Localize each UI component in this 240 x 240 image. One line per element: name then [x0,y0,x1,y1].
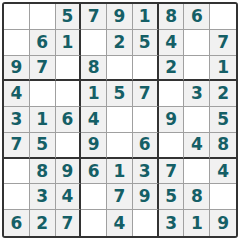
cell-r7c7[interactable]: 7 [159,159,185,185]
cell-r6c5[interactable] [107,133,133,159]
cell-r5c4[interactable]: 4 [81,107,107,133]
cell-r1c4[interactable]: 7 [81,4,107,30]
cell-r8c7[interactable]: 5 [159,184,185,210]
cell-r2c7[interactable]: 4 [159,30,185,56]
cell-r9c3[interactable]: 7 [56,210,82,236]
cell-r4c3[interactable] [56,81,82,107]
cell-r9c8[interactable]: 1 [184,210,210,236]
cell-r3c3[interactable] [56,56,82,82]
cell-r7c3[interactable]: 9 [56,159,82,185]
cell-r8c4[interactable] [81,184,107,210]
cell-r4c2[interactable] [30,81,56,107]
cell-r8c8[interactable]: 8 [184,184,210,210]
cell-r3c1[interactable]: 9 [4,56,30,82]
sudoku-board: 5791866125479782141573231649575964889613… [2,2,238,238]
cell-r5c2[interactable]: 1 [30,107,56,133]
cell-r3c4[interactable]: 8 [81,56,107,82]
cell-r6c3[interactable] [56,133,82,159]
cell-r9c2[interactable]: 2 [30,210,56,236]
cell-r7c9[interactable]: 4 [210,159,236,185]
cell-r9c5[interactable]: 4 [107,210,133,236]
cell-r1c2[interactable] [30,4,56,30]
cell-r9c9[interactable]: 9 [210,210,236,236]
cell-r8c9[interactable] [210,184,236,210]
cell-r6c2[interactable]: 5 [30,133,56,159]
cell-r6c4[interactable]: 9 [81,133,107,159]
cell-r1c9[interactable] [210,4,236,30]
cell-r1c8[interactable]: 6 [184,4,210,30]
cell-r2c1[interactable] [4,30,30,56]
cell-r4c6[interactable]: 7 [133,81,159,107]
cell-r3c2[interactable]: 7 [30,56,56,82]
cell-r6c8[interactable]: 4 [184,133,210,159]
cell-r3c8[interactable] [184,56,210,82]
cell-r2c6[interactable]: 5 [133,30,159,56]
cell-r4c1[interactable]: 4 [4,81,30,107]
cell-r7c5[interactable]: 1 [107,159,133,185]
cell-r6c9[interactable]: 8 [210,133,236,159]
cell-r4c7[interactable] [159,81,185,107]
cell-r7c6[interactable]: 3 [133,159,159,185]
cell-r9c4[interactable] [81,210,107,236]
cell-r8c5[interactable]: 7 [107,184,133,210]
cell-r1c1[interactable] [4,4,30,30]
cell-r7c8[interactable] [184,159,210,185]
cell-r1c3[interactable]: 5 [56,4,82,30]
cell-r9c7[interactable]: 3 [159,210,185,236]
cell-r2c9[interactable]: 7 [210,30,236,56]
cell-r6c6[interactable]: 6 [133,133,159,159]
cell-r3c6[interactable] [133,56,159,82]
cell-r5c1[interactable]: 3 [4,107,30,133]
cell-r2c2[interactable]: 6 [30,30,56,56]
sudoku-board-wrap: 5791866125479782141573231649575964889613… [0,0,240,240]
cell-r5c5[interactable] [107,107,133,133]
cell-r4c9[interactable]: 2 [210,81,236,107]
cell-r5c3[interactable]: 6 [56,107,82,133]
cell-r3c5[interactable] [107,56,133,82]
cell-r2c5[interactable]: 2 [107,30,133,56]
cell-r1c6[interactable]: 1 [133,4,159,30]
cell-r5c6[interactable] [133,107,159,133]
cell-r2c3[interactable]: 1 [56,30,82,56]
cell-r5c7[interactable]: 9 [159,107,185,133]
cell-r7c2[interactable]: 8 [30,159,56,185]
cell-r9c1[interactable]: 6 [4,210,30,236]
cell-r1c5[interactable]: 9 [107,4,133,30]
cell-r8c3[interactable]: 4 [56,184,82,210]
cell-r4c8[interactable]: 3 [184,81,210,107]
cell-r8c6[interactable]: 9 [133,184,159,210]
cell-r4c4[interactable]: 1 [81,81,107,107]
cell-r6c1[interactable]: 7 [4,133,30,159]
cell-r2c4[interactable] [81,30,107,56]
cell-r3c7[interactable]: 2 [159,56,185,82]
cell-r4c5[interactable]: 5 [107,81,133,107]
cell-r8c2[interactable]: 3 [30,184,56,210]
cell-r2c8[interactable] [184,30,210,56]
cell-r5c8[interactable] [184,107,210,133]
cell-r8c1[interactable] [4,184,30,210]
cell-r5c9[interactable]: 5 [210,107,236,133]
cell-r9c6[interactable] [133,210,159,236]
cell-r7c1[interactable] [4,159,30,185]
cell-r7c4[interactable]: 6 [81,159,107,185]
cell-r1c7[interactable]: 8 [159,4,185,30]
cell-r3c9[interactable]: 1 [210,56,236,82]
cell-r6c7[interactable] [159,133,185,159]
